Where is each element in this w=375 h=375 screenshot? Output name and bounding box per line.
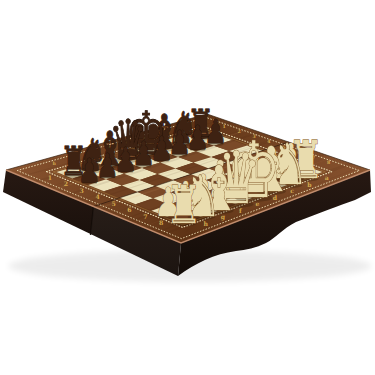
piece-black-pawn-a7: ♟ [78,152,101,190]
coordinate-label: 1 [48,174,52,181]
coordinate-label: 6 [127,206,131,213]
coordinate-label: 5 [111,200,115,207]
chess-set-photo: 1122334455667788hhggffeeddccbbaa♜♞♟♝♟♚♟♛… [0,0,375,375]
coordinate-label: 7 [143,213,147,220]
chess-set-svg: 1122334455667788hhggffeeddccbbaa♜♞♟♝♟♚♟♛… [0,0,375,375]
piece-white-rook-a1: ♜ [166,173,203,234]
coordinate-label: 4 [95,193,100,200]
coordinate-label: 8 [327,160,330,165]
coordinate-label: a [325,174,329,181]
